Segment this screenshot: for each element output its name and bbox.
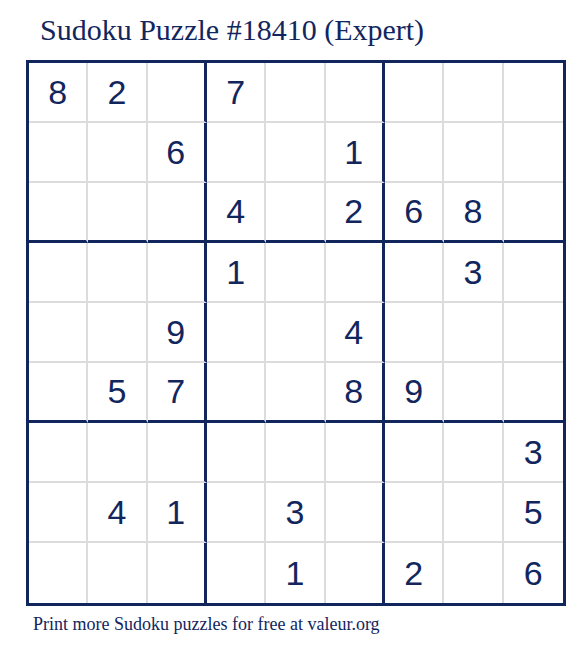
sudoku-cell-r2c3: 6 [148, 123, 207, 183]
sudoku-cell-r8c3: 1 [148, 483, 207, 543]
sudoku-cell-r9c5: 1 [266, 543, 325, 603]
sudoku-cell-r8c2: 4 [88, 483, 147, 543]
sudoku-cell-r6c3: 7 [148, 363, 207, 423]
sudoku-cell-r8c6 [326, 483, 385, 543]
sudoku-cell-r2c4 [207, 123, 266, 183]
sudoku-cell-r9c6 [326, 543, 385, 603]
sudoku-cell-r4c6 [326, 243, 385, 303]
sudoku-cell-r8c5: 3 [266, 483, 325, 543]
sudoku-cell-r3c3 [148, 183, 207, 243]
sudoku-cell-r3c6: 2 [326, 183, 385, 243]
sudoku-cell-r5c5 [266, 303, 325, 363]
sudoku-cell-r7c6 [326, 423, 385, 483]
sudoku-cell-r1c3 [148, 63, 207, 123]
sudoku-cell-r1c8 [444, 63, 503, 123]
sudoku-cell-r9c3 [148, 543, 207, 603]
sudoku-cell-r6c2: 5 [88, 363, 147, 423]
sudoku-cell-r6c7: 9 [385, 363, 444, 423]
sudoku-cell-r1c9 [504, 63, 563, 123]
sudoku-cell-r2c1 [29, 123, 88, 183]
sudoku-cell-r4c1 [29, 243, 88, 303]
sudoku-cell-r5c4 [207, 303, 266, 363]
sudoku-cell-r5c7 [385, 303, 444, 363]
sudoku-cell-r5c6: 4 [326, 303, 385, 363]
sudoku-cell-r2c6: 1 [326, 123, 385, 183]
sudoku-cell-r7c2 [88, 423, 147, 483]
sudoku-cell-r1c2: 2 [88, 63, 147, 123]
sudoku-cell-r7c3 [148, 423, 207, 483]
sudoku-cell-r8c7 [385, 483, 444, 543]
sudoku-cell-r4c3 [148, 243, 207, 303]
sudoku-cell-r9c9: 6 [504, 543, 563, 603]
sudoku-cell-r5c8 [444, 303, 503, 363]
sudoku-cell-r6c9 [504, 363, 563, 423]
sudoku-cell-r4c9 [504, 243, 563, 303]
sudoku-cell-r2c5 [266, 123, 325, 183]
sudoku-cell-r6c8 [444, 363, 503, 423]
sudoku-cell-r2c2 [88, 123, 147, 183]
sudoku-cell-r3c5 [266, 183, 325, 243]
sudoku-cell-r8c9: 5 [504, 483, 563, 543]
sudoku-cell-r9c4 [207, 543, 266, 603]
sudoku-cell-r5c9 [504, 303, 563, 363]
sudoku-cell-r3c9 [504, 183, 563, 243]
sudoku-cell-r5c1 [29, 303, 88, 363]
sudoku-cell-r7c1 [29, 423, 88, 483]
sudoku-cell-r7c9: 3 [504, 423, 563, 483]
sudoku-cell-r7c4 [207, 423, 266, 483]
page-title: Sudoku Puzzle #18410 (Expert) [40, 13, 424, 47]
sudoku-cell-r6c5 [266, 363, 325, 423]
sudoku-cell-r1c1: 8 [29, 63, 88, 123]
sudoku-cell-r9c1 [29, 543, 88, 603]
sudoku-cell-r4c7 [385, 243, 444, 303]
sudoku-cell-r2c9 [504, 123, 563, 183]
sudoku-cell-r7c5 [266, 423, 325, 483]
sudoku-cell-r4c5 [266, 243, 325, 303]
sudoku-cell-r5c2 [88, 303, 147, 363]
sudoku-cell-r4c2 [88, 243, 147, 303]
sudoku-cell-r7c7 [385, 423, 444, 483]
sudoku-cell-r1c6 [326, 63, 385, 123]
sudoku-cell-r2c7 [385, 123, 444, 183]
sudoku-cell-r8c1 [29, 483, 88, 543]
sudoku-cell-r4c4: 1 [207, 243, 266, 303]
sudoku-cell-r8c4 [207, 483, 266, 543]
sudoku-cell-r7c8 [444, 423, 503, 483]
sudoku-cell-r3c2 [88, 183, 147, 243]
sudoku-cell-r9c2 [88, 543, 147, 603]
sudoku-cell-r3c7: 6 [385, 183, 444, 243]
sudoku-cell-r3c1 [29, 183, 88, 243]
sudoku-cell-r1c5 [266, 63, 325, 123]
sudoku-page: Sudoku Puzzle #18410 (Expert) 8276142681… [0, 0, 580, 651]
sudoku-cell-r1c7 [385, 63, 444, 123]
sudoku-cell-r5c3: 9 [148, 303, 207, 363]
sudoku-cell-r9c8 [444, 543, 503, 603]
sudoku-cell-r6c1 [29, 363, 88, 423]
sudoku-cell-r4c8: 3 [444, 243, 503, 303]
sudoku-cell-r2c8 [444, 123, 503, 183]
sudoku-cell-r3c4: 4 [207, 183, 266, 243]
sudoku-cell-r6c4 [207, 363, 266, 423]
sudoku-cell-r6c6: 8 [326, 363, 385, 423]
footer-text: Print more Sudoku puzzles for free at va… [33, 614, 380, 635]
sudoku-cell-r9c7: 2 [385, 543, 444, 603]
sudoku-cell-r1c4: 7 [207, 63, 266, 123]
sudoku-board: 8276142681394578934135126 [26, 60, 566, 606]
sudoku-cell-r3c8: 8 [444, 183, 503, 243]
sudoku-cell-r8c8 [444, 483, 503, 543]
